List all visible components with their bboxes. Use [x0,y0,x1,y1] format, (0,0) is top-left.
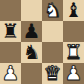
square-r3c2[interactable]: ♞ [21,42,42,63]
square-r2c3[interactable] [42,21,63,42]
white-knight[interactable]: ♞ [44,0,62,21]
square-r1c3[interactable]: ♞ [42,0,63,21]
square-r4c4[interactable]: ♟ [63,63,84,84]
chess-board: ♞♝♜♟♞♜♟♛♟ [0,0,84,84]
square-r1c1[interactable] [0,0,21,21]
white-queen[interactable]: ♛ [44,63,62,84]
black-rook[interactable]: ♜ [2,21,20,42]
square-r3c1[interactable] [0,42,21,63]
black-pawn[interactable]: ♟ [23,21,41,42]
black-knight[interactable]: ♞ [23,42,41,63]
square-r4c1[interactable]: ♟ [0,63,21,84]
white-pawn[interactable]: ♟ [2,63,20,84]
square-r4c2[interactable] [21,63,42,84]
square-r2c1[interactable]: ♜ [0,21,21,42]
square-r2c2[interactable]: ♟ [21,21,42,42]
black-bishop[interactable]: ♝ [65,0,83,21]
square-r1c4[interactable]: ♝ [63,0,84,21]
white-rook[interactable]: ♜ [65,42,83,63]
square-r3c3[interactable] [42,42,63,63]
square-r1c2[interactable] [21,0,42,21]
square-r2c4[interactable] [63,21,84,42]
square-r4c3[interactable]: ♛ [42,63,63,84]
white-pawn[interactable]: ♟ [65,63,83,84]
square-r3c4[interactable]: ♜ [63,42,84,63]
